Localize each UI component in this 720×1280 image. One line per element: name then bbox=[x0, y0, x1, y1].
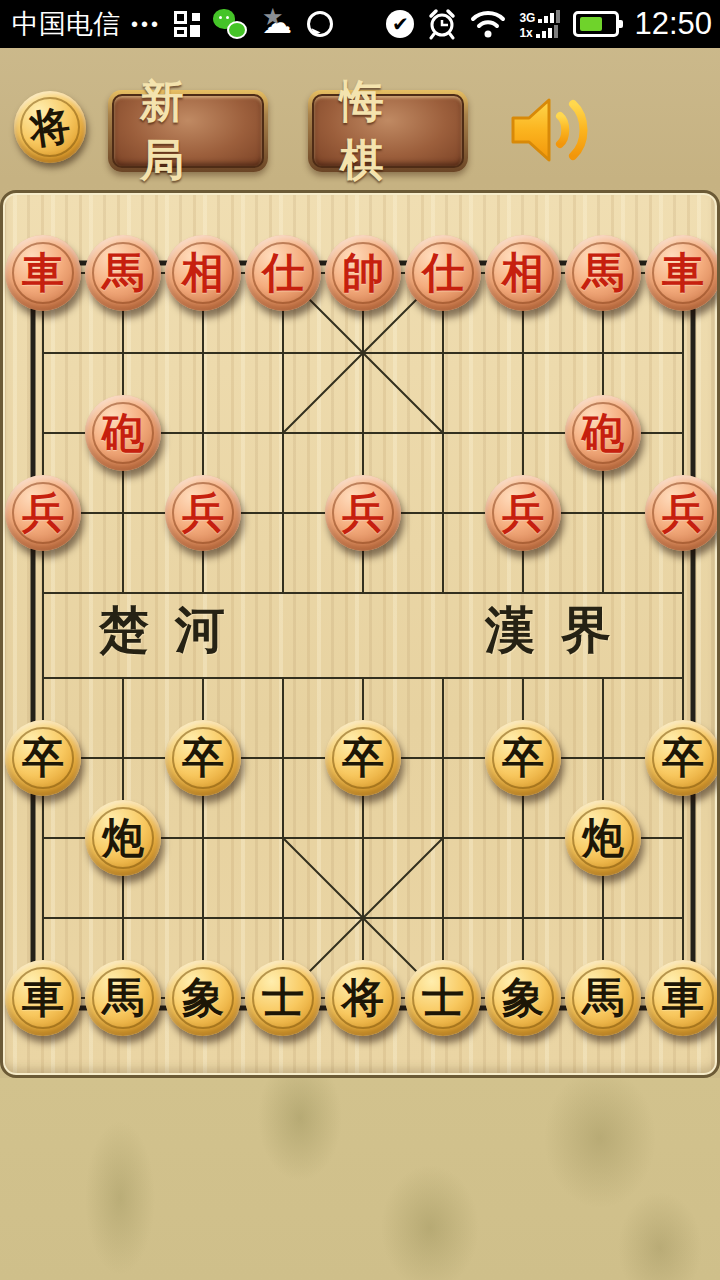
pieces-layer: 車馬相仕帥仕相馬車砲砲兵兵兵兵兵卒卒卒卒卒炮炮車馬象士将士象馬車 bbox=[3, 193, 720, 1078]
xiangqi-board[interactable]: 楚河 漢界 車馬相仕帥仕相馬車砲砲兵兵兵兵兵卒卒卒卒卒炮炮車馬象士将士象馬車 bbox=[0, 190, 720, 1078]
piece-character: 馬 bbox=[102, 977, 144, 1019]
weather-icon: ★☁ bbox=[260, 9, 294, 39]
piece-character: 車 bbox=[22, 252, 64, 294]
status-bar-left: 中国电信 ••• ★☁ bbox=[0, 6, 333, 42]
piece-red-兵[interactable]: 兵 bbox=[165, 475, 241, 551]
general-piece-logo: 将 bbox=[14, 91, 86, 163]
notification-dots: ••• bbox=[131, 13, 161, 36]
piece-character: 兵 bbox=[182, 492, 224, 534]
piece-character: 将 bbox=[342, 977, 384, 1019]
piece-character: 卒 bbox=[662, 737, 704, 779]
alarm-clock-icon bbox=[427, 8, 457, 40]
chat-bubble-icon bbox=[307, 11, 333, 37]
piece-red-馬[interactable]: 馬 bbox=[565, 235, 641, 311]
status-bar: 中国电信 ••• ★☁ ✔ bbox=[0, 0, 720, 48]
piece-character: 卒 bbox=[342, 737, 384, 779]
piece-character: 仕 bbox=[422, 252, 464, 294]
carrier-label: 中国电信 bbox=[12, 6, 120, 42]
piece-red-車[interactable]: 車 bbox=[645, 235, 720, 311]
piece-character: 象 bbox=[502, 977, 544, 1019]
wechat-icon bbox=[213, 9, 247, 39]
piece-red-車[interactable]: 車 bbox=[5, 235, 81, 311]
clock-time: 12:50 bbox=[634, 6, 712, 42]
piece-character: 車 bbox=[662, 252, 704, 294]
piece-character: 兵 bbox=[662, 492, 704, 534]
battery-icon bbox=[573, 11, 619, 37]
piece-red-砲[interactable]: 砲 bbox=[85, 395, 161, 471]
piece-black-象[interactable]: 象 bbox=[165, 960, 241, 1036]
check-circle-icon: ✔ bbox=[386, 10, 414, 38]
grid-icon bbox=[174, 11, 200, 37]
piece-character: 仕 bbox=[262, 252, 304, 294]
piece-black-将[interactable]: 将 bbox=[325, 960, 401, 1036]
piece-red-仕[interactable]: 仕 bbox=[245, 235, 321, 311]
piece-character: 兵 bbox=[502, 492, 544, 534]
piece-black-炮[interactable]: 炮 bbox=[565, 800, 641, 876]
piece-red-兵[interactable]: 兵 bbox=[325, 475, 401, 551]
undo-move-button[interactable]: 悔棋 bbox=[308, 90, 468, 172]
piece-red-兵[interactable]: 兵 bbox=[485, 475, 561, 551]
piece-black-卒[interactable]: 卒 bbox=[485, 720, 561, 796]
piece-character: 車 bbox=[662, 977, 704, 1019]
piece-red-相[interactable]: 相 bbox=[485, 235, 561, 311]
piece-black-卒[interactable]: 卒 bbox=[325, 720, 401, 796]
calligraphy-watermark-panel bbox=[0, 1078, 720, 1280]
piece-red-兵[interactable]: 兵 bbox=[645, 475, 720, 551]
piece-character: 士 bbox=[422, 977, 464, 1019]
piece-character: 砲 bbox=[102, 412, 144, 454]
network-3g-label: 3G bbox=[519, 13, 535, 23]
piece-character: 兵 bbox=[22, 492, 64, 534]
new-game-label: 新局 bbox=[114, 72, 262, 190]
logo-piece-char: 将 bbox=[26, 97, 73, 157]
piece-black-馬[interactable]: 馬 bbox=[565, 960, 641, 1036]
piece-black-車[interactable]: 車 bbox=[645, 960, 720, 1036]
piece-black-士[interactable]: 士 bbox=[245, 960, 321, 1036]
new-game-button[interactable]: 新局 bbox=[108, 90, 268, 172]
xiangqi-app: 中国电信 ••• ★☁ ✔ bbox=[0, 0, 720, 1280]
piece-character: 車 bbox=[22, 977, 64, 1019]
piece-black-卒[interactable]: 卒 bbox=[645, 720, 720, 796]
piece-red-仕[interactable]: 仕 bbox=[405, 235, 481, 311]
piece-black-卒[interactable]: 卒 bbox=[5, 720, 81, 796]
piece-black-象[interactable]: 象 bbox=[485, 960, 561, 1036]
piece-character: 相 bbox=[502, 252, 544, 294]
piece-character: 炮 bbox=[582, 817, 624, 859]
piece-black-車[interactable]: 車 bbox=[5, 960, 81, 1036]
piece-red-馬[interactable]: 馬 bbox=[85, 235, 161, 311]
speaker-icon[interactable] bbox=[505, 88, 593, 172]
piece-character: 卒 bbox=[502, 737, 544, 779]
piece-character: 砲 bbox=[582, 412, 624, 454]
piece-character: 士 bbox=[262, 977, 304, 1019]
piece-character: 馬 bbox=[102, 252, 144, 294]
piece-red-帥[interactable]: 帥 bbox=[325, 235, 401, 311]
piece-character: 卒 bbox=[182, 737, 224, 779]
status-bar-right: ✔ 3G 1x bbox=[386, 6, 720, 42]
piece-character: 兵 bbox=[342, 492, 384, 534]
piece-character: 帥 bbox=[342, 252, 384, 294]
piece-red-兵[interactable]: 兵 bbox=[5, 475, 81, 551]
toolbar: 将 新局 悔棋 bbox=[0, 48, 720, 190]
piece-character: 馬 bbox=[582, 252, 624, 294]
undo-move-label: 悔棋 bbox=[314, 72, 462, 190]
piece-red-相[interactable]: 相 bbox=[165, 235, 241, 311]
piece-character: 象 bbox=[182, 977, 224, 1019]
piece-character: 卒 bbox=[22, 737, 64, 779]
piece-black-炮[interactable]: 炮 bbox=[85, 800, 161, 876]
piece-character: 馬 bbox=[582, 977, 624, 1019]
piece-character: 相 bbox=[182, 252, 224, 294]
piece-black-卒[interactable]: 卒 bbox=[165, 720, 241, 796]
network-1x-label: 1x bbox=[519, 28, 532, 38]
piece-black-馬[interactable]: 馬 bbox=[85, 960, 161, 1036]
piece-red-砲[interactable]: 砲 bbox=[565, 395, 641, 471]
signal-bars-icon: 3G 1x bbox=[519, 10, 560, 38]
piece-character: 炮 bbox=[102, 817, 144, 859]
wifi-icon bbox=[470, 9, 506, 39]
piece-black-士[interactable]: 士 bbox=[405, 960, 481, 1036]
